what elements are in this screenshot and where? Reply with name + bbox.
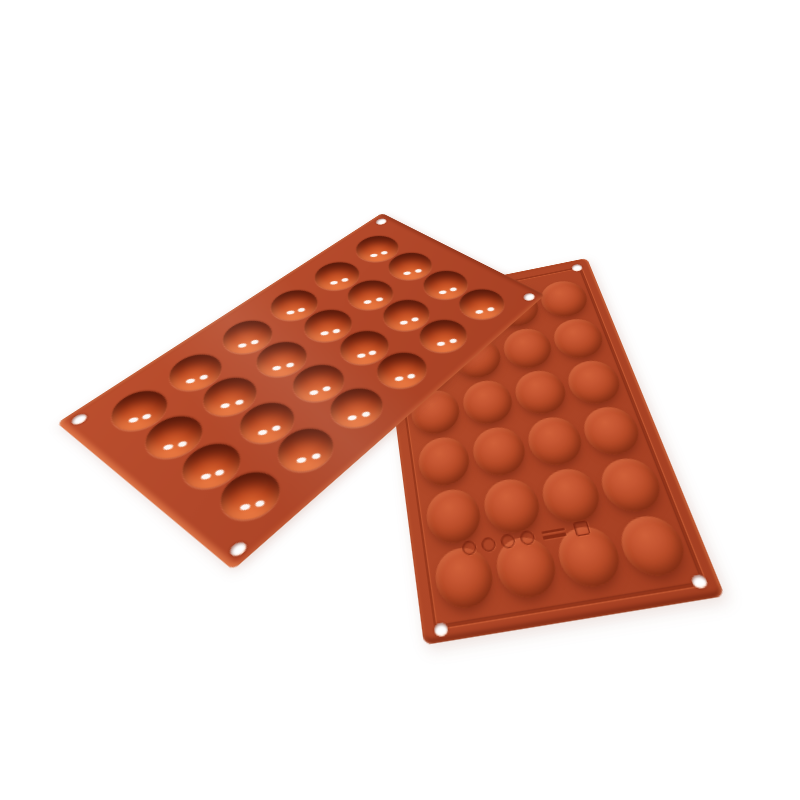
specular-highlight: [356, 353, 365, 359]
specular-highlight: [408, 373, 416, 378]
specular-highlight: [399, 320, 408, 325]
temp-rating-lines-icon: [541, 527, 566, 539]
half-sphere-bump: [468, 423, 529, 479]
specular-highlight: [273, 365, 282, 371]
half-sphere-bump: [577, 403, 645, 459]
cert-circle-icon: [461, 540, 477, 556]
specular-highlight: [449, 339, 456, 344]
specular-highlight: [362, 411, 370, 417]
specular-highlight: [403, 271, 411, 275]
specular-highlight: [128, 417, 138, 424]
specular-highlight: [216, 469, 224, 476]
specular-highlight: [370, 253, 378, 257]
specular-highlight: [323, 386, 330, 391]
specular-highlight: [320, 331, 328, 336]
specular-highlight: [235, 400, 243, 406]
specular-highlight: [475, 310, 484, 315]
specular-highlight: [185, 378, 194, 384]
specular-highlight: [487, 307, 494, 311]
photo-stage: [0, 0, 800, 800]
half-sphere-bump: [522, 413, 586, 469]
specular-highlight: [381, 251, 387, 255]
specular-highlight: [200, 473, 210, 480]
specular-highlight: [143, 414, 151, 420]
specular-highlight: [240, 504, 250, 512]
specular-highlight: [238, 343, 246, 348]
specular-highlight: [450, 287, 457, 291]
half-sphere-bump: [562, 357, 626, 408]
specular-highlight: [312, 453, 320, 459]
half-sphere-bump: [415, 433, 473, 489]
half-sphere-bump: [594, 454, 667, 516]
specular-highlight: [163, 444, 173, 451]
specular-highlight: [411, 318, 418, 323]
cert-circle-icon: [480, 536, 496, 552]
cert-circle-icon: [519, 530, 536, 546]
specular-highlight: [376, 297, 383, 301]
specular-highlight: [437, 341, 446, 346]
specular-highlight: [297, 457, 307, 464]
specular-highlight: [348, 415, 357, 421]
half-sphere-bump: [499, 325, 556, 372]
half-sphere-bump: [536, 277, 592, 320]
specular-highlight: [252, 340, 259, 345]
half-sphere-bump: [510, 367, 570, 418]
specular-highlight: [330, 281, 338, 286]
half-sphere-bump: [459, 376, 516, 427]
specular-highlight: [333, 328, 340, 333]
specular-highlight: [256, 500, 264, 507]
specular-highlight: [200, 375, 208, 380]
half-sphere-bump: [548, 315, 608, 362]
specular-highlight: [394, 376, 403, 382]
specular-highlight: [220, 403, 229, 409]
specular-highlight: [272, 426, 280, 432]
specular-highlight: [178, 441, 186, 447]
specular-highlight: [286, 362, 293, 367]
specular-highlight: [369, 350, 376, 355]
cert-circle-icon: [499, 533, 516, 549]
specular-highlight: [439, 290, 447, 295]
specular-highlight: [309, 389, 318, 395]
specular-highlight: [415, 269, 422, 273]
specular-highlight: [364, 300, 372, 305]
specular-highlight: [342, 278, 349, 282]
specular-highlight: [286, 310, 294, 315]
brand-square-icon: [573, 520, 591, 536]
specular-highlight: [299, 308, 306, 312]
specular-highlight: [258, 429, 267, 436]
